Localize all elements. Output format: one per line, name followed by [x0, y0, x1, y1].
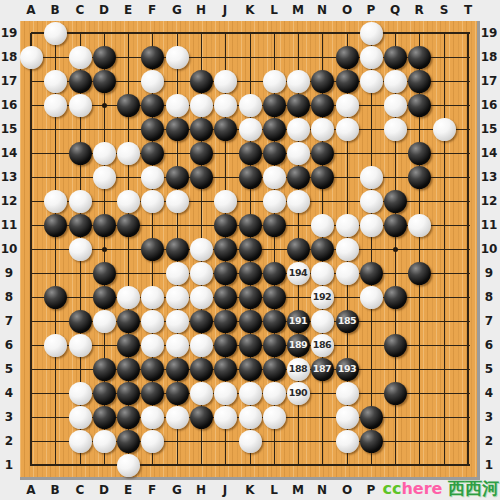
row-label-left-3: 3	[5, 410, 13, 424]
stone-D9	[93, 262, 116, 285]
stone-J11	[214, 214, 237, 237]
stone-K6	[239, 334, 262, 357]
stone-D4	[93, 382, 116, 405]
stone-A18	[20, 46, 43, 69]
stone-L5	[263, 358, 286, 381]
stone-Q18	[384, 46, 407, 69]
col-label-top-B: B	[50, 3, 59, 17]
col-label-top-E: E	[124, 3, 132, 17]
stone-B8	[44, 286, 67, 309]
col-label-top-J: J	[223, 3, 227, 17]
row-label-right-17: 17	[481, 74, 498, 88]
stone-L6	[263, 334, 286, 357]
col-label-top-D: D	[99, 3, 109, 17]
stone-L14	[263, 142, 286, 165]
stone-R11	[408, 214, 431, 237]
col-label-bottom-C: C	[76, 483, 85, 497]
col-label-bottom-A: A	[26, 483, 35, 497]
stone-G18	[166, 46, 189, 69]
stone-H6	[190, 334, 213, 357]
stone-J8	[214, 286, 237, 309]
stone-N17	[311, 70, 334, 93]
stone-H13	[190, 166, 213, 189]
stone-H7	[190, 310, 213, 333]
row-label-right-9: 9	[485, 266, 493, 280]
row-label-left-7: 7	[5, 314, 13, 328]
stone-E11	[117, 214, 140, 237]
row-label-left-12: 12	[1, 194, 18, 208]
stone-L4	[263, 382, 286, 405]
stone-G8	[166, 286, 189, 309]
stone-B19	[44, 22, 67, 45]
row-label-right-18: 18	[481, 50, 498, 64]
stone-N13	[311, 166, 334, 189]
stone-F6	[141, 334, 164, 357]
stone-L8	[263, 286, 286, 309]
stone-B12	[44, 190, 67, 213]
stone-E3	[117, 406, 140, 429]
stone-F2	[141, 430, 164, 453]
go-diagram-screenshot: 194192191185189186188187193190 ABCDEFGHJ…	[0, 0, 500, 500]
stone-O16	[336, 94, 359, 117]
col-label-top-C: C	[76, 3, 85, 17]
col-label-bottom-D: D	[99, 483, 109, 497]
stone-E16	[117, 94, 140, 117]
stone-K13	[239, 166, 262, 189]
col-label-top-G: G	[172, 3, 182, 17]
stone-L17	[263, 70, 286, 93]
stone-O9	[336, 262, 359, 285]
col-label-bottom-O: O	[342, 483, 352, 497]
row-label-right-15: 15	[481, 122, 498, 136]
stone-E7	[117, 310, 140, 333]
stone-E8	[117, 286, 140, 309]
row-label-left-18: 18	[1, 50, 18, 64]
row-label-right-7: 7	[485, 314, 493, 328]
stone-Q6	[384, 334, 407, 357]
stone-P12	[360, 190, 383, 213]
stone-G16	[166, 94, 189, 117]
star-point-Q10	[393, 247, 398, 252]
stone-J6	[214, 334, 237, 357]
col-label-top-H: H	[196, 3, 206, 17]
stone-G9	[166, 262, 189, 285]
col-label-top-A: A	[26, 3, 35, 17]
stone-O15	[336, 118, 359, 141]
stone-M10	[287, 238, 310, 261]
numbered-stone-187-N5: 187	[311, 358, 334, 381]
stone-K4	[239, 382, 262, 405]
row-label-left-14: 14	[1, 146, 18, 160]
stone-E2	[117, 430, 140, 453]
stone-H17	[190, 70, 213, 93]
stone-M14	[287, 142, 310, 165]
stone-D7	[93, 310, 116, 333]
row-label-left-19: 19	[1, 26, 18, 40]
stone-E4	[117, 382, 140, 405]
col-label-bottom-H: H	[196, 483, 206, 497]
stone-O3	[336, 406, 359, 429]
stone-J5	[214, 358, 237, 381]
stone-P8	[360, 286, 383, 309]
stone-C11	[69, 214, 92, 237]
stone-P9	[360, 262, 383, 285]
stone-H15	[190, 118, 213, 141]
col-label-bottom-E: E	[124, 483, 132, 497]
row-label-left-5: 5	[5, 362, 13, 376]
row-label-left-2: 2	[5, 434, 13, 448]
stone-B17	[44, 70, 67, 93]
stone-K8	[239, 286, 262, 309]
stone-N10	[311, 238, 334, 261]
stone-K16	[239, 94, 262, 117]
stone-J16	[214, 94, 237, 117]
row-label-right-11: 11	[481, 218, 498, 232]
stone-S15	[433, 118, 456, 141]
stone-R17	[408, 70, 431, 93]
stone-H8	[190, 286, 213, 309]
stone-G7	[166, 310, 189, 333]
stone-F4	[141, 382, 164, 405]
stone-F3	[141, 406, 164, 429]
row-label-right-1: 1	[485, 458, 493, 472]
star-point-D16	[102, 103, 107, 108]
stone-P17	[360, 70, 383, 93]
numbered-stone-186-N6: 186	[311, 334, 334, 357]
row-label-right-13: 13	[481, 170, 498, 184]
numbered-stone-191-M7: 191	[287, 310, 310, 333]
stone-J7	[214, 310, 237, 333]
numbered-stone-188-M5: 188	[287, 358, 310, 381]
col-label-bottom-P: P	[367, 483, 376, 497]
stone-P11	[360, 214, 383, 237]
stone-Q11	[384, 214, 407, 237]
stone-G3	[166, 406, 189, 429]
col-label-top-M: M	[292, 3, 304, 17]
stone-H9	[190, 262, 213, 285]
row-label-right-19: 19	[481, 26, 498, 40]
col-label-bottom-G: G	[172, 483, 182, 497]
stone-M13	[287, 166, 310, 189]
row-label-right-4: 4	[485, 386, 493, 400]
stone-K7	[239, 310, 262, 333]
numbered-stone-189-M6: 189	[287, 334, 310, 357]
stone-O4	[336, 382, 359, 405]
row-label-left-11: 11	[1, 218, 18, 232]
stone-L12	[263, 190, 286, 213]
stone-F13	[141, 166, 164, 189]
stone-M15	[287, 118, 310, 141]
row-label-left-17: 17	[1, 74, 18, 88]
stone-C10	[69, 238, 92, 261]
stone-P13	[360, 166, 383, 189]
col-label-top-R: R	[414, 3, 423, 17]
stone-G15	[166, 118, 189, 141]
stone-N14	[311, 142, 334, 165]
stone-C17	[69, 70, 92, 93]
stone-P3	[360, 406, 383, 429]
stone-L3	[263, 406, 286, 429]
stone-G5	[166, 358, 189, 381]
stone-H3	[190, 406, 213, 429]
col-label-top-P: P	[367, 3, 376, 17]
stone-K14	[239, 142, 262, 165]
row-label-left-9: 9	[5, 266, 13, 280]
row-label-right-3: 3	[485, 410, 493, 424]
stone-B11	[44, 214, 67, 237]
stone-O10	[336, 238, 359, 261]
stone-J3	[214, 406, 237, 429]
stone-C12	[69, 190, 92, 213]
row-label-right-14: 14	[481, 146, 498, 160]
stone-C2	[69, 430, 92, 453]
row-label-right-6: 6	[485, 338, 493, 352]
stone-L13	[263, 166, 286, 189]
col-label-bottom-J: J	[223, 483, 227, 497]
stone-D2	[93, 430, 116, 453]
stone-Q17	[384, 70, 407, 93]
stone-Q8	[384, 286, 407, 309]
stone-R9	[408, 262, 431, 285]
col-label-bottom-N: N	[317, 483, 327, 497]
watermark: cchere 西西河	[382, 477, 499, 500]
col-label-bottom-M: M	[292, 483, 304, 497]
stone-K2	[239, 430, 262, 453]
stone-L16	[263, 94, 286, 117]
stone-J10	[214, 238, 237, 261]
watermark-cc: cc	[382, 479, 401, 498]
row-label-right-8: 8	[485, 290, 493, 304]
stone-E14	[117, 142, 140, 165]
row-label-left-10: 10	[1, 242, 18, 256]
row-label-left-4: 4	[5, 386, 13, 400]
stone-M16	[287, 94, 310, 117]
stone-N16	[311, 94, 334, 117]
row-label-left-8: 8	[5, 290, 13, 304]
stone-L15	[263, 118, 286, 141]
row-label-right-5: 5	[485, 362, 493, 376]
stone-J9	[214, 262, 237, 285]
stone-H5	[190, 358, 213, 381]
col-label-bottom-K: K	[245, 483, 254, 497]
stone-D14	[93, 142, 116, 165]
col-label-top-T: T	[464, 3, 472, 17]
col-label-top-K: K	[245, 3, 254, 17]
stone-O2	[336, 430, 359, 453]
stone-F15	[141, 118, 164, 141]
stone-C4	[69, 382, 92, 405]
row-label-right-16: 16	[481, 98, 498, 112]
col-label-top-F: F	[148, 3, 156, 17]
stone-C16	[69, 94, 92, 117]
col-label-bottom-L: L	[270, 483, 278, 497]
numbered-stone-192-N8: 192	[311, 286, 334, 309]
stone-G6	[166, 334, 189, 357]
stone-E1	[117, 454, 140, 477]
stone-N9	[311, 262, 334, 285]
stone-C6	[69, 334, 92, 357]
stone-K10	[239, 238, 262, 261]
stone-P19	[360, 22, 383, 45]
stone-K3	[239, 406, 262, 429]
row-label-left-1: 1	[5, 458, 13, 472]
stone-D18	[93, 46, 116, 69]
col-label-top-Q: Q	[390, 3, 400, 17]
watermark-here: here	[401, 479, 442, 498]
stone-J17	[214, 70, 237, 93]
stone-M17	[287, 70, 310, 93]
stone-F7	[141, 310, 164, 333]
stone-N15	[311, 118, 334, 141]
stone-F5	[141, 358, 164, 381]
stone-E12	[117, 190, 140, 213]
stone-J15	[214, 118, 237, 141]
row-label-left-16: 16	[1, 98, 18, 112]
stone-F8	[141, 286, 164, 309]
stone-F10	[141, 238, 164, 261]
stone-G12	[166, 190, 189, 213]
stone-F16	[141, 94, 164, 117]
stone-G13	[166, 166, 189, 189]
stone-O18	[336, 46, 359, 69]
stone-D5	[93, 358, 116, 381]
numbered-stone-185-O7: 185	[336, 310, 359, 333]
stone-L9	[263, 262, 286, 285]
stone-R14	[408, 142, 431, 165]
row-label-right-2: 2	[485, 434, 493, 448]
row-label-right-10: 10	[481, 242, 498, 256]
stone-R13	[408, 166, 431, 189]
col-label-top-S: S	[440, 3, 449, 17]
stone-N7	[311, 310, 334, 333]
stone-F18	[141, 46, 164, 69]
col-label-top-L: L	[270, 3, 278, 17]
stone-B16	[44, 94, 67, 117]
stone-D3	[93, 406, 116, 429]
stone-N11	[311, 214, 334, 237]
stone-D17	[93, 70, 116, 93]
stone-Q4	[384, 382, 407, 405]
stone-F12	[141, 190, 164, 213]
stone-R16	[408, 94, 431, 117]
stone-K15	[239, 118, 262, 141]
stone-D11	[93, 214, 116, 237]
stone-P18	[360, 46, 383, 69]
row-label-left-15: 15	[1, 122, 18, 136]
stone-G4	[166, 382, 189, 405]
stone-G10	[166, 238, 189, 261]
stone-L7	[263, 310, 286, 333]
col-label-bottom-B: B	[50, 483, 59, 497]
stone-H4	[190, 382, 213, 405]
stone-R18	[408, 46, 431, 69]
stone-E6	[117, 334, 140, 357]
stone-K5	[239, 358, 262, 381]
stone-J12	[214, 190, 237, 213]
stone-L11	[263, 214, 286, 237]
stone-P2	[360, 430, 383, 453]
stone-M12	[287, 190, 310, 213]
star-point-D10	[102, 247, 107, 252]
numbered-stone-190-M4: 190	[287, 382, 310, 405]
stone-H14	[190, 142, 213, 165]
col-label-top-O: O	[342, 3, 352, 17]
stone-K11	[239, 214, 262, 237]
stone-D13	[93, 166, 116, 189]
stone-E5	[117, 358, 140, 381]
stone-C7	[69, 310, 92, 333]
numbered-stone-194-M9: 194	[287, 262, 310, 285]
stone-D8	[93, 286, 116, 309]
col-label-bottom-F: F	[148, 483, 156, 497]
stone-B6	[44, 334, 67, 357]
stone-F17	[141, 70, 164, 93]
col-label-top-N: N	[317, 3, 327, 17]
stone-Q15	[384, 118, 407, 141]
stone-Q16	[384, 94, 407, 117]
numbered-stone-193-O5: 193	[336, 358, 359, 381]
row-label-right-12: 12	[481, 194, 498, 208]
row-label-left-13: 13	[1, 170, 18, 184]
stone-K9	[239, 262, 262, 285]
stone-H10	[190, 238, 213, 261]
row-label-left-6: 6	[5, 338, 13, 352]
stone-O17	[336, 70, 359, 93]
stone-C3	[69, 406, 92, 429]
stone-H16	[190, 94, 213, 117]
stone-C14	[69, 142, 92, 165]
stone-J4	[214, 382, 237, 405]
watermark-site: 西西河	[448, 478, 499, 498]
stone-C18	[69, 46, 92, 69]
stone-F14	[141, 142, 164, 165]
stone-O11	[336, 214, 359, 237]
stone-Q12	[384, 190, 407, 213]
